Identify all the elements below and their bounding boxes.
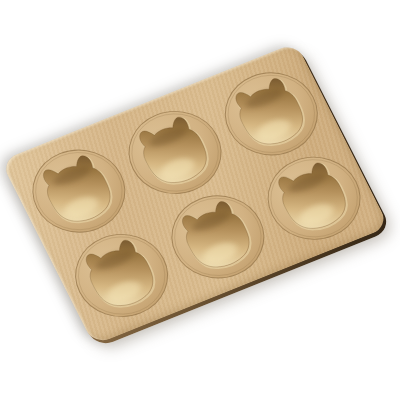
baking-pan-surface bbox=[0, 42, 389, 345]
product-stage bbox=[0, 0, 400, 400]
pan-3d-wrapper bbox=[0, 42, 389, 345]
